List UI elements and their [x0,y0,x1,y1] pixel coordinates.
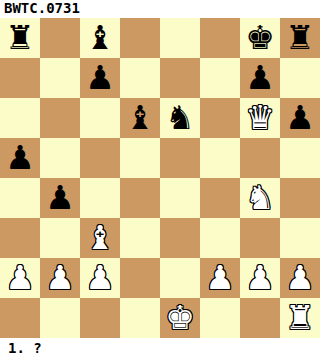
piece-black-bishop[interactable]: ♝ [125,98,155,138]
square-c4[interactable] [80,178,120,218]
piece-white-rook[interactable]: ♜ [285,298,315,338]
piece-white-knight[interactable]: ♞ [245,178,275,218]
square-e7[interactable] [160,58,200,98]
piece-black-pawn[interactable]: ♟ [285,98,315,138]
square-b1[interactable] [40,298,80,338]
piece-white-pawn[interactable]: ♟ [245,258,275,298]
square-a8[interactable]: ♜ [0,18,40,58]
square-f4[interactable] [200,178,240,218]
piece-black-bishop[interactable]: ♝ [85,18,115,58]
square-f1[interactable] [200,298,240,338]
square-h3[interactable] [280,218,320,258]
square-a4[interactable] [0,178,40,218]
square-b6[interactable] [40,98,80,138]
square-e2[interactable] [160,258,200,298]
piece-white-pawn[interactable]: ♟ [85,258,115,298]
puzzle-id: BWTC.0731 [4,0,80,16]
square-c1[interactable] [80,298,120,338]
square-b7[interactable] [40,58,80,98]
square-e5[interactable] [160,138,200,178]
square-e1[interactable]: ♚ [160,298,200,338]
move-prompt: 1. ? [8,340,42,356]
square-b5[interactable] [40,138,80,178]
square-e3[interactable] [160,218,200,258]
square-e8[interactable] [160,18,200,58]
piece-white-pawn[interactable]: ♟ [5,258,35,298]
square-d6[interactable]: ♝ [120,98,160,138]
square-g1[interactable] [240,298,280,338]
piece-black-rook[interactable]: ♜ [285,18,315,58]
square-h7[interactable] [280,58,320,98]
piece-white-queen[interactable]: ♛ [245,98,275,138]
square-g4[interactable]: ♞ [240,178,280,218]
square-f8[interactable] [200,18,240,58]
piece-white-pawn[interactable]: ♟ [45,258,75,298]
square-f3[interactable] [200,218,240,258]
square-c3[interactable]: ♝ [80,218,120,258]
piece-black-pawn[interactable]: ♟ [245,58,275,98]
square-g5[interactable] [240,138,280,178]
piece-black-king[interactable]: ♚ [245,18,275,58]
square-f7[interactable] [200,58,240,98]
square-c5[interactable] [80,138,120,178]
square-b3[interactable] [40,218,80,258]
square-a6[interactable] [0,98,40,138]
square-c2[interactable]: ♟ [80,258,120,298]
square-b4[interactable]: ♟ [40,178,80,218]
square-g3[interactable] [240,218,280,258]
square-b2[interactable]: ♟ [40,258,80,298]
square-h6[interactable]: ♟ [280,98,320,138]
page-footer: 1. ? [0,338,320,360]
square-g7[interactable]: ♟ [240,58,280,98]
square-a7[interactable] [0,58,40,98]
piece-black-knight[interactable]: ♞ [165,98,195,138]
square-a3[interactable] [0,218,40,258]
piece-black-pawn[interactable]: ♟ [45,178,75,218]
piece-black-pawn[interactable]: ♟ [85,58,115,98]
square-d4[interactable] [120,178,160,218]
piece-white-pawn[interactable]: ♟ [285,258,315,298]
square-g6[interactable]: ♛ [240,98,280,138]
piece-white-pawn[interactable]: ♟ [205,258,235,298]
square-f2[interactable]: ♟ [200,258,240,298]
square-a1[interactable] [0,298,40,338]
square-b8[interactable] [40,18,80,58]
square-d7[interactable] [120,58,160,98]
chessboard: ♜♝♚♜♟♟♝♞♛♟♟♟♞♝♟♟♟♟♟♟♚♜ [0,18,320,338]
square-c6[interactable] [80,98,120,138]
piece-white-bishop[interactable]: ♝ [85,218,115,258]
square-d8[interactable] [120,18,160,58]
square-e4[interactable] [160,178,200,218]
square-c8[interactable]: ♝ [80,18,120,58]
piece-black-pawn[interactable]: ♟ [5,138,35,178]
square-a2[interactable]: ♟ [0,258,40,298]
square-d2[interactable] [120,258,160,298]
square-d3[interactable] [120,218,160,258]
square-a5[interactable]: ♟ [0,138,40,178]
square-h8[interactable]: ♜ [280,18,320,58]
square-h5[interactable] [280,138,320,178]
square-g2[interactable]: ♟ [240,258,280,298]
chess-puzzle-page: BWTC.0731 ♜♝♚♜♟♟♝♞♛♟♟♟♞♝♟♟♟♟♟♟♚♜ 1. ? [0,0,320,360]
square-e6[interactable]: ♞ [160,98,200,138]
square-c7[interactable]: ♟ [80,58,120,98]
square-f5[interactable] [200,138,240,178]
square-h1[interactable]: ♜ [280,298,320,338]
page-header: BWTC.0731 [0,0,320,18]
square-d5[interactable] [120,138,160,178]
piece-black-rook[interactable]: ♜ [5,18,35,58]
square-f6[interactable] [200,98,240,138]
square-g8[interactable]: ♚ [240,18,280,58]
square-d1[interactable] [120,298,160,338]
piece-white-king[interactable]: ♚ [165,298,195,338]
square-h2[interactable]: ♟ [280,258,320,298]
square-h4[interactable] [280,178,320,218]
